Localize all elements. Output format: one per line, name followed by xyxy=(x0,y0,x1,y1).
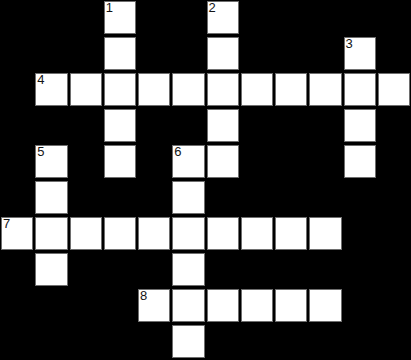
cell-r1c10[interactable]: 3 xyxy=(344,37,376,70)
cell-r2c4[interactable] xyxy=(138,73,170,106)
clue-number-6: 6 xyxy=(174,145,181,159)
cell-r5c1[interactable] xyxy=(35,181,67,214)
clue-number-7: 7 xyxy=(3,217,10,231)
cell-r8c4[interactable]: 8 xyxy=(138,289,170,322)
crossword-puzzle: 12345678 xyxy=(0,0,411,360)
cell-r6c8[interactable] xyxy=(275,217,307,250)
cell-r2c7[interactable] xyxy=(241,73,273,106)
cell-r1c3[interactable] xyxy=(104,37,136,70)
clue-number-2: 2 xyxy=(209,1,216,15)
cell-r6c7[interactable] xyxy=(241,217,273,250)
cell-r4c3[interactable] xyxy=(104,145,136,178)
cell-r3c3[interactable] xyxy=(104,109,136,142)
cell-r6c1[interactable] xyxy=(35,217,67,250)
cell-r6c3[interactable] xyxy=(104,217,136,250)
crossword-grid: 12345678 xyxy=(0,0,411,360)
cell-r8c9[interactable] xyxy=(309,289,341,322)
cell-r6c4[interactable] xyxy=(138,217,170,250)
clue-number-3: 3 xyxy=(346,37,353,51)
cell-r1c6[interactable] xyxy=(207,37,239,70)
cell-r4c10[interactable] xyxy=(344,145,376,178)
cell-r2c11[interactable] xyxy=(378,73,410,106)
cell-r6c5[interactable] xyxy=(172,217,204,250)
cell-r4c6[interactable] xyxy=(207,145,239,178)
clue-number-1: 1 xyxy=(106,1,113,15)
cell-r6c2[interactable] xyxy=(70,217,102,250)
cell-r4c5[interactable]: 6 xyxy=(172,145,204,178)
clue-number-4: 4 xyxy=(37,73,44,87)
cell-r0c6[interactable]: 2 xyxy=(207,1,239,34)
cell-r2c3[interactable] xyxy=(104,73,136,106)
cell-r2c2[interactable] xyxy=(70,73,102,106)
cell-r6c6[interactable] xyxy=(207,217,239,250)
cell-r8c8[interactable] xyxy=(275,289,307,322)
cell-r6c0[interactable]: 7 xyxy=(1,217,33,250)
cell-r7c1[interactable] xyxy=(35,253,67,286)
cell-r2c10[interactable] xyxy=(344,73,376,106)
cell-r6c9[interactable] xyxy=(309,217,341,250)
cell-r5c5[interactable] xyxy=(172,181,204,214)
clue-number-8: 8 xyxy=(140,289,147,303)
cell-r9c5[interactable] xyxy=(172,325,204,358)
cell-r2c1[interactable]: 4 xyxy=(35,73,67,106)
cell-r7c5[interactable] xyxy=(172,253,204,286)
cell-r8c6[interactable] xyxy=(207,289,239,322)
cell-r2c5[interactable] xyxy=(172,73,204,106)
cell-r8c5[interactable] xyxy=(172,289,204,322)
cell-r8c7[interactable] xyxy=(241,289,273,322)
cell-r4c1[interactable]: 5 xyxy=(35,145,67,178)
cell-r0c3[interactable]: 1 xyxy=(104,1,136,34)
cell-r2c8[interactable] xyxy=(275,73,307,106)
clue-number-5: 5 xyxy=(37,145,44,159)
cell-r2c9[interactable] xyxy=(309,73,341,106)
cell-r3c10[interactable] xyxy=(344,109,376,142)
cell-r3c6[interactable] xyxy=(207,109,239,142)
cell-r2c6[interactable] xyxy=(207,73,239,106)
